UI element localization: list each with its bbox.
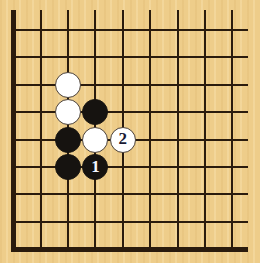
move-number-label: 2 bbox=[119, 130, 128, 147]
stone-white bbox=[82, 127, 108, 153]
stone-black bbox=[82, 99, 108, 125]
stone-black bbox=[55, 127, 81, 153]
stone-white bbox=[55, 99, 81, 125]
grid-line-vertical bbox=[177, 10, 179, 252]
stone-white bbox=[55, 72, 81, 98]
grid-line-horizontal bbox=[11, 111, 248, 113]
board-edge-bottom bbox=[11, 247, 248, 252]
grid-line-horizontal bbox=[11, 193, 248, 195]
stone-black bbox=[55, 154, 81, 180]
grid-line-vertical bbox=[231, 10, 233, 252]
stone-black-move-1: 1 bbox=[82, 154, 108, 180]
grid-line-vertical bbox=[40, 10, 42, 252]
grid-line-vertical bbox=[149, 10, 151, 252]
grid-line-horizontal bbox=[11, 221, 248, 223]
move-number-label: 1 bbox=[91, 158, 100, 175]
go-diagram: 21 bbox=[0, 0, 260, 263]
stone-white-move-2: 2 bbox=[110, 127, 136, 153]
board-edge-left bbox=[11, 10, 16, 252]
grid-line-horizontal bbox=[11, 166, 248, 168]
grid-line-vertical bbox=[204, 10, 206, 252]
grid-line-horizontal bbox=[11, 56, 248, 58]
grid-line-horizontal bbox=[11, 29, 248, 31]
go-board[interactable]: 21 bbox=[0, 0, 260, 263]
grid-line-horizontal bbox=[11, 84, 248, 86]
